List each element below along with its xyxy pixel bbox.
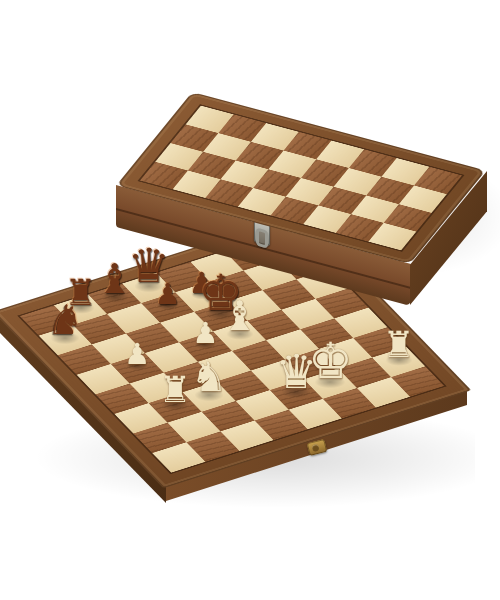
product-photo-chess-set: ♛♟♝♟♜♚♝♞♟♜♟♚♛♞♜ <box>0 0 500 600</box>
clasp-bail <box>256 227 268 248</box>
